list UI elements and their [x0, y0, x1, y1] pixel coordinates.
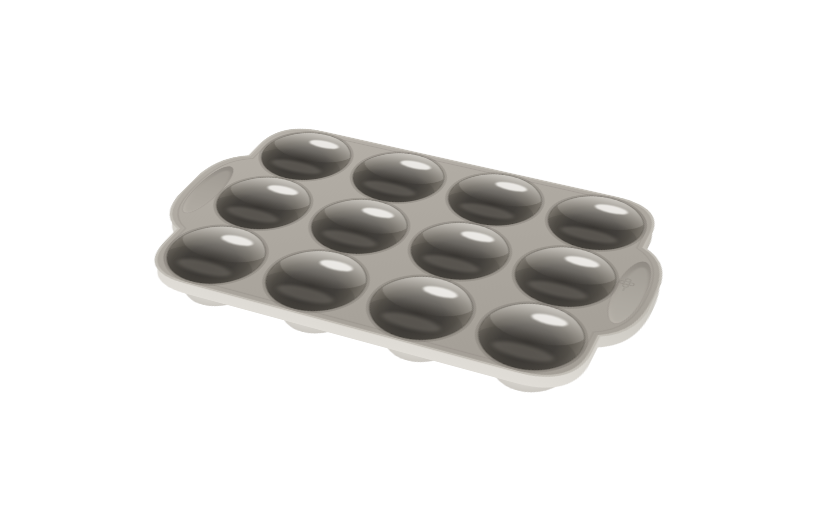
muffin-pan	[169, 88, 649, 388]
product-photo	[0, 0, 840, 530]
